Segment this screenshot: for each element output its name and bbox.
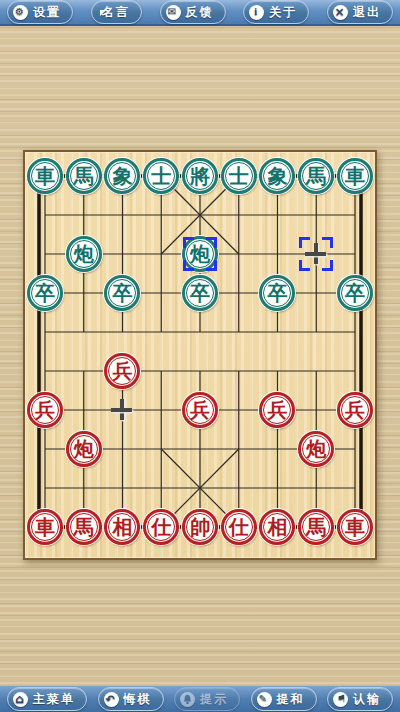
black-horse[interactable]: 馬 <box>66 158 102 194</box>
board-grid: 車馬象士將士象馬車炮炮卒卒卒卒卒兵兵兵兵兵炮炮車馬相仕帥仕相馬車 <box>26 157 375 547</box>
envelope-icon: ✉ <box>166 5 181 20</box>
black-elephant[interactable]: 象 <box>104 158 140 194</box>
flag-icon: ⚑ <box>333 692 348 707</box>
xiangqi-board[interactable]: 車馬象士將士象馬車炮炮卒卒卒卒卒兵兵兵兵兵炮炮車馬相仕帥仕相馬車 <box>23 150 377 560</box>
hint-button: 提示 <box>174 687 240 711</box>
quotes-button-label: 名言 <box>102 4 130 21</box>
black-horse[interactable]: 馬 <box>298 158 334 194</box>
crosshair-cursor <box>110 398 134 422</box>
last-move-from-marker <box>299 237 333 271</box>
top-toolbar: ⚙ 设置 名言 ✉ 反馈 i 关于 × 退出 <box>0 0 400 26</box>
red-elephant[interactable]: 相 <box>104 509 140 545</box>
gear-icon: ⚙ <box>13 5 28 20</box>
black-cannon[interactable]: 炮 <box>66 236 102 272</box>
black-soldier[interactable]: 卒 <box>259 275 295 311</box>
black-general[interactable]: 將 <box>182 158 218 194</box>
bottom-toolbar: ⌂ 主菜单 ↶ 悔棋 提示 ✎ 提和 ⚑ 认输 <box>0 685 400 712</box>
exit-x-icon: × <box>333 5 348 20</box>
undo-move-button-label: 悔棋 <box>124 691 152 708</box>
about-button[interactable]: i 关于 <box>243 0 309 24</box>
black-elephant[interactable]: 象 <box>259 158 295 194</box>
bell-icon <box>180 692 195 707</box>
red-elephant[interactable]: 相 <box>259 509 295 545</box>
black-chariot[interactable]: 車 <box>27 158 63 194</box>
red-horse[interactable]: 馬 <box>298 509 334 545</box>
red-soldier[interactable]: 兵 <box>27 392 63 428</box>
red-general[interactable]: 帥 <box>182 509 218 545</box>
red-soldier[interactable]: 兵 <box>337 392 373 428</box>
offer-draw-button-label: 提和 <box>277 691 305 708</box>
resign-button-label: 认输 <box>353 691 381 708</box>
red-soldier[interactable]: 兵 <box>259 392 295 428</box>
about-button-label: 关于 <box>269 4 297 21</box>
red-cannon[interactable]: 炮 <box>298 431 334 467</box>
undo-arrow-icon: ↶ <box>104 692 119 707</box>
exit-button[interactable]: × 退出 <box>327 0 393 24</box>
black-soldier[interactable]: 卒 <box>182 275 218 311</box>
red-soldier[interactable]: 兵 <box>104 353 140 389</box>
red-chariot[interactable]: 車 <box>27 509 63 545</box>
feedback-button-label: 反馈 <box>186 4 214 21</box>
black-soldier[interactable]: 卒 <box>104 275 140 311</box>
offer-draw-button[interactable]: ✎ 提和 <box>251 687 317 711</box>
red-cannon[interactable]: 炮 <box>66 431 102 467</box>
black-cannon[interactable]: 炮 <box>182 236 218 272</box>
red-horse[interactable]: 馬 <box>66 509 102 545</box>
xiangqi-app: { "game": "xiangqi (Chinese chess)", "po… <box>0 0 400 712</box>
black-soldier[interactable]: 卒 <box>27 275 63 311</box>
red-advisor[interactable]: 仕 <box>221 509 257 545</box>
hint-button-label: 提示 <box>200 691 228 708</box>
crosshair-cursor <box>304 242 328 266</box>
main-menu-button-label: 主菜单 <box>33 691 75 708</box>
red-chariot[interactable]: 車 <box>337 509 373 545</box>
red-advisor[interactable]: 仕 <box>143 509 179 545</box>
black-advisor[interactable]: 士 <box>221 158 257 194</box>
main-menu-button[interactable]: ⌂ 主菜单 <box>7 687 87 711</box>
black-chariot[interactable]: 車 <box>337 158 373 194</box>
home-icon: ⌂ <box>13 692 28 707</box>
feedback-button[interactable]: ✉ 反馈 <box>160 0 226 24</box>
black-advisor[interactable]: 士 <box>143 158 179 194</box>
quotes-button[interactable]: 名言 <box>91 0 142 24</box>
settings-button-label: 设置 <box>33 4 61 21</box>
red-soldier[interactable]: 兵 <box>182 392 218 428</box>
exit-button-label: 退出 <box>353 4 381 21</box>
pencil-icon: ✎ <box>257 692 272 707</box>
info-icon: i <box>249 5 264 20</box>
resign-button[interactable]: ⚑ 认输 <box>327 687 393 711</box>
undo-move-button[interactable]: ↶ 悔棋 <box>98 687 164 711</box>
black-soldier[interactable]: 卒 <box>337 275 373 311</box>
settings-button[interactable]: ⚙ 设置 <box>7 0 73 24</box>
